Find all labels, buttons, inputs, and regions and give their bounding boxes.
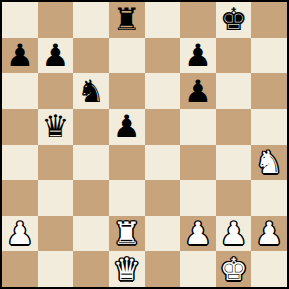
white-pawn-icon[interactable]: ♟: [220, 218, 248, 249]
square-b5[interactable]: ♛: [38, 109, 74, 145]
square-h3[interactable]: [251, 180, 287, 216]
square-c3[interactable]: [73, 180, 109, 216]
black-pawn-icon[interactable]: ♟: [184, 40, 212, 71]
square-b7[interactable]: ♟: [38, 38, 74, 74]
square-d4[interactable]: [109, 145, 145, 181]
square-h1[interactable]: [251, 251, 287, 287]
white-rook-icon[interactable]: ♜: [113, 218, 141, 249]
square-f7[interactable]: ♟: [180, 38, 216, 74]
black-king-icon[interactable]: ♚: [220, 4, 248, 35]
square-c7[interactable]: [73, 38, 109, 74]
square-a4[interactable]: [2, 145, 38, 181]
white-pawn-icon[interactable]: ♟: [255, 218, 283, 249]
square-h7[interactable]: [251, 38, 287, 74]
white-pawn-icon[interactable]: ♟: [184, 218, 212, 249]
square-a3[interactable]: [2, 180, 38, 216]
square-g1[interactable]: ♚: [216, 251, 252, 287]
square-h2[interactable]: ♟: [251, 216, 287, 252]
square-a7[interactable]: ♟: [2, 38, 38, 74]
black-queen-icon[interactable]: ♛: [42, 111, 70, 142]
square-c6[interactable]: ♞: [73, 73, 109, 109]
chess-board: ♜♚♟♟♟♞♟♛♟♞♟♜♟♟♟♛♚: [0, 0, 289, 289]
square-b6[interactable]: [38, 73, 74, 109]
square-g3[interactable]: [216, 180, 252, 216]
square-h4[interactable]: ♞: [251, 145, 287, 181]
square-f8[interactable]: [180, 2, 216, 38]
square-h6[interactable]: [251, 73, 287, 109]
square-a8[interactable]: [2, 2, 38, 38]
black-pawn-icon[interactable]: ♟: [113, 111, 141, 142]
white-knight-icon[interactable]: ♞: [255, 147, 283, 178]
square-e4[interactable]: [145, 145, 181, 181]
square-g8[interactable]: ♚: [216, 2, 252, 38]
square-e8[interactable]: [145, 2, 181, 38]
square-d5[interactable]: ♟: [109, 109, 145, 145]
square-a2[interactable]: ♟: [2, 216, 38, 252]
white-queen-icon[interactable]: ♛: [113, 254, 141, 285]
square-c4[interactable]: [73, 145, 109, 181]
square-b8[interactable]: [38, 2, 74, 38]
square-e5[interactable]: [145, 109, 181, 145]
square-a1[interactable]: [2, 251, 38, 287]
black-pawn-icon[interactable]: ♟: [42, 40, 70, 71]
square-d2[interactable]: ♜: [109, 216, 145, 252]
square-c5[interactable]: [73, 109, 109, 145]
board-grid: ♜♚♟♟♟♞♟♛♟♞♟♜♟♟♟♛♚: [2, 2, 287, 287]
square-a6[interactable]: [2, 73, 38, 109]
square-f4[interactable]: [180, 145, 216, 181]
square-e2[interactable]: [145, 216, 181, 252]
square-e1[interactable]: [145, 251, 181, 287]
black-knight-icon[interactable]: ♞: [77, 76, 105, 107]
square-c2[interactable]: [73, 216, 109, 252]
square-f3[interactable]: [180, 180, 216, 216]
square-b4[interactable]: [38, 145, 74, 181]
square-b1[interactable]: [38, 251, 74, 287]
square-f6[interactable]: ♟: [180, 73, 216, 109]
square-e6[interactable]: [145, 73, 181, 109]
square-c8[interactable]: [73, 2, 109, 38]
square-g5[interactable]: [216, 109, 252, 145]
square-h8[interactable]: [251, 2, 287, 38]
black-pawn-icon[interactable]: ♟: [184, 76, 212, 107]
square-d8[interactable]: ♜: [109, 2, 145, 38]
square-b3[interactable]: [38, 180, 74, 216]
square-e7[interactable]: [145, 38, 181, 74]
black-rook-icon[interactable]: ♜: [113, 4, 141, 35]
square-a5[interactable]: [2, 109, 38, 145]
square-g2[interactable]: ♟: [216, 216, 252, 252]
square-e3[interactable]: [145, 180, 181, 216]
black-pawn-icon[interactable]: ♟: [6, 40, 34, 71]
square-d1[interactable]: ♛: [109, 251, 145, 287]
square-f5[interactable]: [180, 109, 216, 145]
square-g4[interactable]: [216, 145, 252, 181]
square-g7[interactable]: [216, 38, 252, 74]
square-d3[interactable]: [109, 180, 145, 216]
square-c1[interactable]: [73, 251, 109, 287]
white-pawn-icon[interactable]: ♟: [6, 218, 34, 249]
square-d7[interactable]: [109, 38, 145, 74]
square-d6[interactable]: [109, 73, 145, 109]
white-king-icon[interactable]: ♚: [220, 254, 248, 285]
square-g6[interactable]: [216, 73, 252, 109]
square-b2[interactable]: [38, 216, 74, 252]
square-f1[interactable]: [180, 251, 216, 287]
square-h5[interactable]: [251, 109, 287, 145]
square-f2[interactable]: ♟: [180, 216, 216, 252]
